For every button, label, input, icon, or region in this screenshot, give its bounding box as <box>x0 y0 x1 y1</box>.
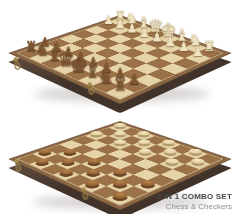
square-r1c7 <box>185 159 211 169</box>
clasp-ring <box>14 163 22 172</box>
brown-checker-piece <box>110 194 131 203</box>
product-image: { "game": "2-in-1 combo set: chess & che… <box>0 0 236 214</box>
cream-checker-piece <box>111 142 129 149</box>
checkers-board-scene <box>0 0 236 214</box>
brown-checker-piece <box>59 160 78 167</box>
brown-checker-piece <box>36 151 54 158</box>
product-caption: 2 IN 1 COMBO SET Chess & Checkers <box>157 192 232 211</box>
caption-subtitle: Chess & Checkers <box>157 202 232 211</box>
clasp-ring <box>81 191 89 200</box>
caption-title: 2 IN 1 COMBO SET <box>157 192 232 201</box>
cream-checker-piece <box>162 160 181 167</box>
